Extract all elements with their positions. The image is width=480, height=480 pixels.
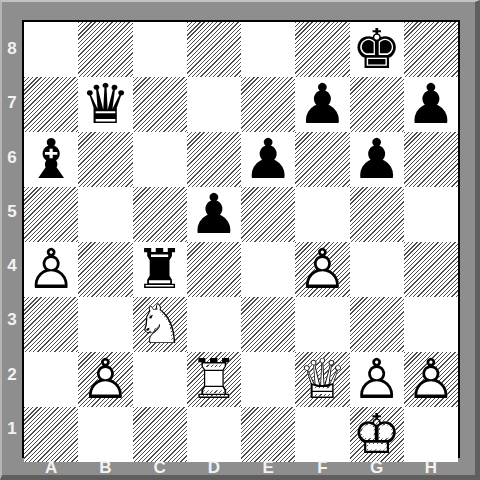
piece-glyph: ♟ — [352, 132, 401, 187]
piece-glyph: ♟ — [406, 77, 455, 132]
white-knight-c3[interactable]: ♞♘ — [133, 297, 187, 352]
file-label-a: A — [24, 458, 78, 478]
square-h2[interactable]: ♟♙ — [404, 352, 458, 407]
square-a6[interactable]: ♝ — [24, 132, 78, 187]
black-pawn-e6[interactable]: ♟ — [241, 132, 295, 187]
piece-glyph: ♜ — [135, 242, 184, 297]
black-pawn-h7[interactable]: ♟ — [404, 77, 458, 132]
square-g5[interactable] — [350, 187, 404, 242]
piece-glyph: ♔ — [352, 407, 401, 462]
piece-glyph: ♝ — [26, 132, 75, 187]
square-f7[interactable]: ♟ — [295, 77, 349, 132]
piece-glyph: ♟ — [243, 132, 292, 187]
file-label-g: G — [350, 458, 404, 478]
file-labels: ABCDEFGH — [24, 458, 458, 477]
square-e1[interactable] — [241, 407, 295, 462]
square-c4[interactable]: ♜ — [133, 242, 187, 297]
chess-board: ♚♛♟♟♝♟♟♟♟♙♜♟♙♞♘♟♙♜♖♛♕♟♙♟♙♚♔ — [22, 20, 460, 458]
white-pawn-a4[interactable]: ♟♙ — [24, 242, 78, 297]
square-d4[interactable] — [187, 242, 241, 297]
square-f6[interactable] — [295, 132, 349, 187]
square-e6[interactable]: ♟ — [241, 132, 295, 187]
square-a7[interactable] — [24, 77, 78, 132]
square-e5[interactable] — [241, 187, 295, 242]
square-a3[interactable] — [24, 297, 78, 352]
square-a4[interactable]: ♟♙ — [24, 242, 78, 297]
square-e3[interactable] — [241, 297, 295, 352]
square-h3[interactable] — [404, 297, 458, 352]
white-pawn-f4[interactable]: ♟♙ — [295, 242, 349, 297]
square-h8[interactable] — [404, 22, 458, 77]
square-f5[interactable] — [295, 187, 349, 242]
piece-glyph: ♙ — [352, 352, 401, 407]
black-pawn-f7[interactable]: ♟ — [295, 77, 349, 132]
piece-glyph: ♕ — [298, 352, 347, 407]
square-f2[interactable]: ♛♕ — [295, 352, 349, 407]
square-d8[interactable] — [187, 22, 241, 77]
file-label-c: C — [133, 458, 187, 478]
square-b7[interactable]: ♛ — [78, 77, 132, 132]
square-g3[interactable] — [350, 297, 404, 352]
square-g1[interactable]: ♚♔ — [350, 407, 404, 462]
square-c7[interactable] — [133, 77, 187, 132]
square-d5[interactable]: ♟ — [187, 187, 241, 242]
white-pawn-b2[interactable]: ♟♙ — [78, 352, 132, 407]
file-label-e: E — [241, 458, 295, 478]
square-d6[interactable] — [187, 132, 241, 187]
black-pawn-d5[interactable]: ♟ — [187, 187, 241, 242]
square-h1[interactable] — [404, 407, 458, 462]
square-b5[interactable] — [78, 187, 132, 242]
square-c8[interactable] — [133, 22, 187, 77]
piece-glyph: ♙ — [298, 242, 347, 297]
square-e7[interactable] — [241, 77, 295, 132]
piece-glyph: ♟ — [298, 77, 347, 132]
piece-glyph: ♙ — [406, 352, 455, 407]
square-c1[interactable] — [133, 407, 187, 462]
square-e8[interactable] — [241, 22, 295, 77]
file-label-b: B — [78, 458, 132, 478]
rank-label-4: 4 — [2, 239, 22, 293]
square-f8[interactable] — [295, 22, 349, 77]
black-king-g8[interactable]: ♚ — [350, 22, 404, 77]
square-b1[interactable] — [78, 407, 132, 462]
white-pawn-h2[interactable]: ♟♙ — [404, 352, 458, 407]
square-h4[interactable] — [404, 242, 458, 297]
square-g6[interactable]: ♟ — [350, 132, 404, 187]
square-g7[interactable] — [350, 77, 404, 132]
square-a2[interactable] — [24, 352, 78, 407]
square-d2[interactable]: ♜♖ — [187, 352, 241, 407]
square-b4[interactable] — [78, 242, 132, 297]
square-c2[interactable] — [133, 352, 187, 407]
square-b8[interactable] — [78, 22, 132, 77]
rank-label-3: 3 — [2, 293, 22, 347]
piece-glyph: ♙ — [81, 352, 130, 407]
rank-label-6: 6 — [2, 131, 22, 185]
square-h6[interactable] — [404, 132, 458, 187]
square-b2[interactable]: ♟♙ — [78, 352, 132, 407]
square-a5[interactable] — [24, 187, 78, 242]
square-d1[interactable] — [187, 407, 241, 462]
square-b3[interactable] — [78, 297, 132, 352]
rank-label-8: 8 — [2, 22, 22, 76]
rank-label-7: 7 — [2, 76, 22, 130]
white-king-g1[interactable]: ♚♔ — [350, 407, 404, 462]
white-queen-f2[interactable]: ♛♕ — [295, 352, 349, 407]
square-a8[interactable] — [24, 22, 78, 77]
square-f3[interactable] — [295, 297, 349, 352]
white-pawn-g2[interactable]: ♟♙ — [350, 352, 404, 407]
square-g2[interactable]: ♟♙ — [350, 352, 404, 407]
file-label-f: F — [295, 458, 349, 478]
black-bishop-a6[interactable]: ♝ — [24, 132, 78, 187]
square-e4[interactable] — [241, 242, 295, 297]
square-g8[interactable]: ♚ — [350, 22, 404, 77]
piece-glyph: ♛ — [81, 77, 130, 132]
board-frame: ♚♛♟♟♝♟♟♟♟♙♜♟♙♞♘♟♙♜♖♛♕♟♙♟♙♚♔ 87654321 ABC… — [0, 0, 480, 480]
square-c3[interactable]: ♞♘ — [133, 297, 187, 352]
square-h5[interactable] — [404, 187, 458, 242]
rank-labels: 87654321 — [2, 22, 22, 456]
black-pawn-g6[interactable]: ♟ — [350, 132, 404, 187]
rank-label-2: 2 — [2, 348, 22, 402]
file-label-d: D — [187, 458, 241, 478]
square-g4[interactable] — [350, 242, 404, 297]
black-queen-b7[interactable]: ♛ — [78, 77, 132, 132]
square-c5[interactable] — [133, 187, 187, 242]
piece-glyph: ♙ — [26, 242, 75, 297]
rank-label-5: 5 — [2, 185, 22, 239]
white-rook-d2[interactable]: ♜♖ — [187, 352, 241, 407]
piece-glyph: ♖ — [189, 352, 238, 407]
file-label-h: H — [404, 458, 458, 478]
square-a1[interactable] — [24, 407, 78, 462]
square-b6[interactable] — [78, 132, 132, 187]
square-f4[interactable]: ♟♙ — [295, 242, 349, 297]
square-e2[interactable] — [241, 352, 295, 407]
square-d7[interactable] — [187, 77, 241, 132]
square-f1[interactable] — [295, 407, 349, 462]
piece-glyph: ♘ — [135, 297, 184, 352]
piece-glyph: ♟ — [189, 187, 238, 242]
black-rook-c4[interactable]: ♜ — [133, 242, 187, 297]
square-h7[interactable]: ♟ — [404, 77, 458, 132]
rank-label-1: 1 — [2, 402, 22, 456]
square-c6[interactable] — [133, 132, 187, 187]
square-d3[interactable] — [187, 297, 241, 352]
piece-glyph: ♚ — [352, 22, 401, 77]
